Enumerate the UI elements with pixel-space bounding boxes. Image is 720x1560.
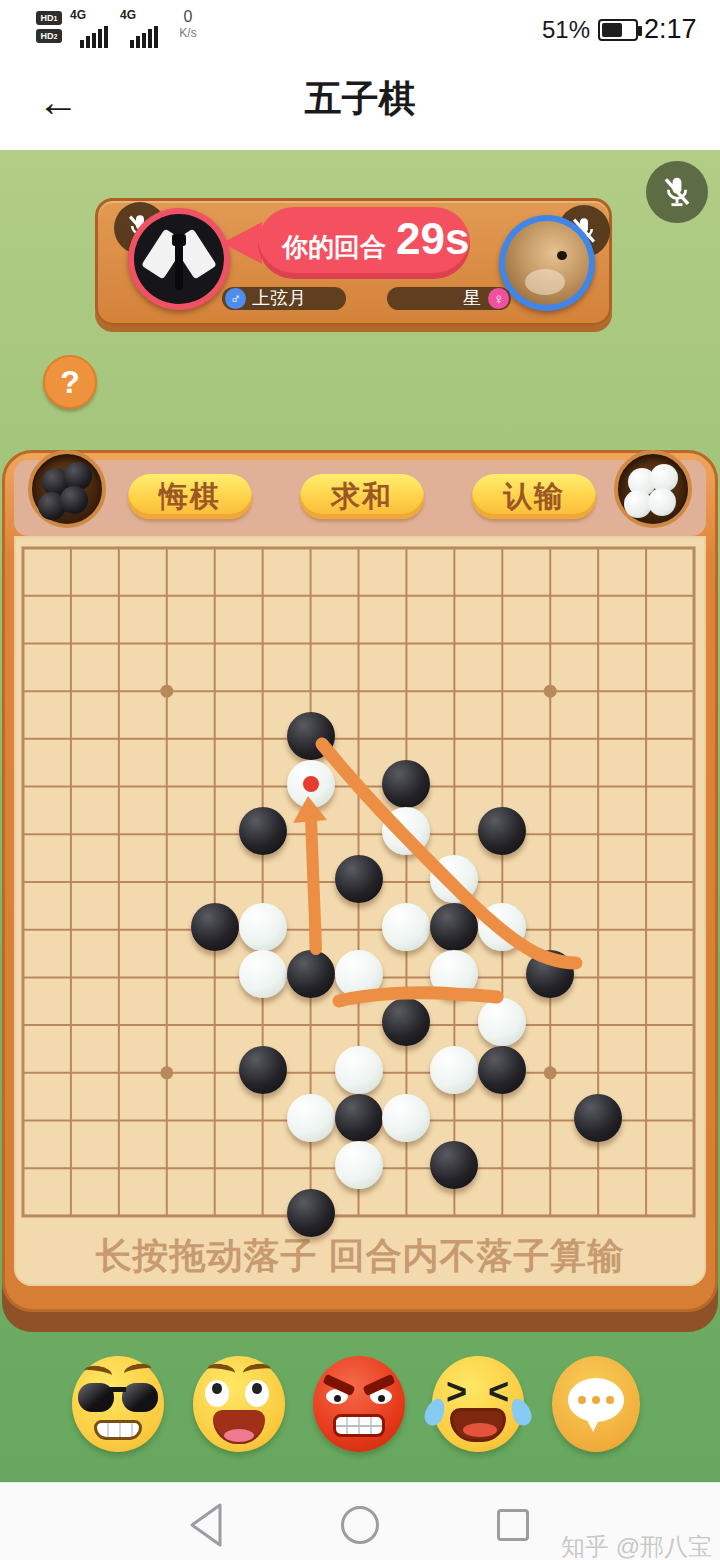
game-background: 你的回合 29s ♂ 上弦月 星 ♀ ? 悔棋 求和 认输 (0, 150, 720, 1482)
avatar-right-image (505, 221, 589, 305)
board-hint-text: 长按拖动落子 回合内不落子算输 (0, 1232, 720, 1281)
male-icon: ♂ (225, 288, 246, 309)
hd2-icon: HD2 (36, 29, 62, 43)
offer-draw-button[interactable]: 求和 (300, 474, 424, 519)
avatar-left-image (134, 214, 224, 304)
android-navbar: 知乎 @邢八宝 (0, 1482, 720, 1560)
battery-icon (598, 19, 638, 41)
help-button[interactable]: ? (43, 355, 97, 409)
board-surface[interactable] (14, 536, 706, 1286)
black-stone-bowl (28, 450, 106, 528)
emoji-cool-sunglasses-button[interactable] (72, 1356, 164, 1452)
nav-home-icon[interactable] (341, 1506, 379, 1544)
mute-mic-button-top-right[interactable] (646, 161, 708, 223)
app-header: ← 五子棋 (0, 60, 720, 150)
resign-button[interactable]: 认输 (472, 474, 596, 519)
mic-muted-icon (658, 173, 696, 211)
right-player-nametag: 星 ♀ (387, 287, 511, 310)
emoji-angry-button[interactable] (313, 1356, 405, 1452)
turn-arrow-icon (222, 222, 262, 264)
status-bar: HD1 HD2 4G 4G 0 K/s 51% 2:17 (0, 0, 720, 60)
nav-back-icon[interactable] (186, 1501, 226, 1549)
watermark: 知乎 @邢八宝 (540, 1531, 712, 1560)
nav-recents-icon[interactable] (497, 1509, 529, 1541)
signal-icon-sim1: 4G (70, 8, 122, 50)
phone-screen: HD1 HD2 4G 4G 0 K/s 51% 2:17 ← 五子棋 (0, 0, 720, 1560)
left-player-name: 上弦月 (252, 288, 306, 309)
left-player-nametag: ♂ 上弦月 (222, 287, 346, 310)
turn-label: 你的回合 (282, 230, 386, 265)
signal-icon-sim2: 4G (120, 8, 172, 50)
avatar-left-player (128, 208, 230, 310)
clock: 2:17 (644, 14, 714, 45)
avatar-right-player (499, 215, 595, 311)
page-title: 五子棋 (0, 74, 720, 124)
undo-move-button[interactable]: 悔棋 (128, 474, 252, 519)
battery-percent: 51% (534, 16, 590, 44)
chat-bubble-button[interactable] (552, 1356, 640, 1452)
network-speed: 0 K/s (168, 8, 208, 40)
female-icon: ♀ (488, 288, 509, 309)
turn-timer: 29s (396, 214, 469, 264)
emoji-laugh-cry-button[interactable]: >< (432, 1356, 524, 1452)
white-stone-bowl (614, 450, 692, 528)
hd1-icon: HD1 (36, 11, 62, 25)
right-player-name: 星 (463, 288, 481, 309)
emoji-excited-button[interactable] (193, 1356, 285, 1452)
